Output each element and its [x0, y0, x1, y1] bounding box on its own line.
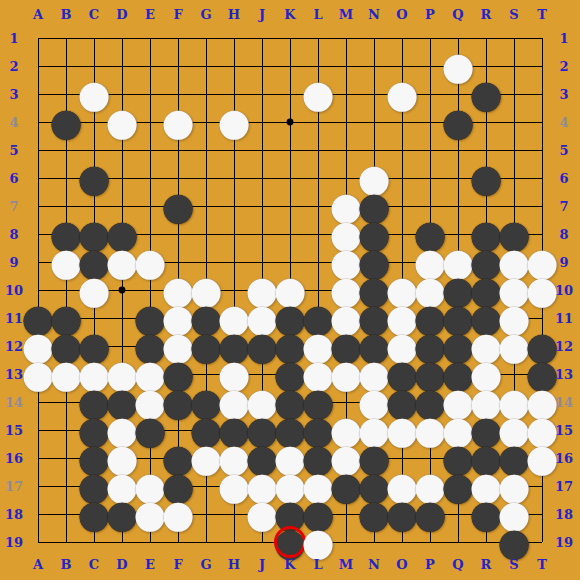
intersection[interactable]: ●	[136, 248, 164, 276]
intersection[interactable]	[276, 108, 304, 136]
intersection[interactable]	[220, 24, 248, 52]
white-stone[interactable]: ●	[220, 108, 248, 136]
row-label: 14	[0, 388, 28, 416]
intersection[interactable]: ●	[136, 500, 164, 528]
col-label: M	[332, 554, 360, 574]
intersection[interactable]: ●	[164, 192, 192, 220]
row-label: 7	[550, 192, 578, 220]
intersection[interactable]	[164, 24, 192, 52]
intersection[interactable]	[444, 136, 472, 164]
col-label: T	[528, 554, 556, 574]
black-stone[interactable]: ●	[472, 500, 500, 528]
intersection[interactable]	[416, 136, 444, 164]
row-labels-left: 12345678910111213141516171819	[0, 24, 28, 556]
intersection[interactable]	[80, 528, 108, 556]
intersection[interactable]: ●	[500, 528, 528, 556]
row-label: 3	[550, 80, 578, 108]
intersection[interactable]	[80, 24, 108, 52]
intersection[interactable]	[248, 164, 276, 192]
intersection[interactable]	[332, 500, 360, 528]
white-stone[interactable]: ●	[136, 500, 164, 528]
col-label: S	[500, 554, 528, 574]
white-stone[interactable]: ●	[248, 500, 276, 528]
intersection[interactable]	[276, 80, 304, 108]
row-label: 3	[0, 80, 28, 108]
intersection[interactable]	[136, 80, 164, 108]
intersection[interactable]	[192, 136, 220, 164]
intersection[interactable]	[108, 136, 136, 164]
intersection[interactable]: ●	[164, 108, 192, 136]
col-label: J	[248, 554, 276, 574]
intersection[interactable]	[360, 80, 388, 108]
intersection[interactable]	[416, 80, 444, 108]
intersection[interactable]: ●	[388, 80, 416, 108]
intersection[interactable]	[220, 528, 248, 556]
intersection[interactable]	[500, 80, 528, 108]
intersection[interactable]	[332, 136, 360, 164]
intersection[interactable]	[332, 80, 360, 108]
intersection[interactable]: ●	[192, 444, 220, 472]
intersection[interactable]	[444, 528, 472, 556]
intersection[interactable]	[108, 528, 136, 556]
black-stone[interactable]: ●	[388, 500, 416, 528]
col-label: L	[304, 4, 332, 24]
white-stone[interactable]: ●	[24, 360, 52, 388]
intersection[interactable]	[24, 472, 52, 500]
row-label: 11	[550, 304, 578, 332]
row-label: 2	[550, 52, 578, 80]
intersection[interactable]	[388, 164, 416, 192]
intersection[interactable]	[388, 108, 416, 136]
intersection[interactable]	[472, 528, 500, 556]
col-label: F	[164, 4, 192, 24]
col-label: H	[220, 554, 248, 574]
row-label: 16	[550, 444, 578, 472]
intersection[interactable]	[24, 388, 52, 416]
intersection[interactable]	[248, 192, 276, 220]
col-label: R	[472, 4, 500, 24]
intersection[interactable]: ●	[332, 360, 360, 388]
row-label: 15	[0, 416, 28, 444]
intersection[interactable]	[276, 220, 304, 248]
intersection[interactable]	[276, 136, 304, 164]
black-stone[interactable]: ●	[248, 332, 276, 360]
col-label: O	[388, 4, 416, 24]
col-label: A	[24, 4, 52, 24]
intersection[interactable]	[388, 136, 416, 164]
intersection[interactable]	[220, 136, 248, 164]
black-stone[interactable]: ●	[136, 416, 164, 444]
col-label: T	[528, 4, 556, 24]
col-label: G	[192, 554, 220, 574]
row-label: 19	[0, 528, 28, 556]
white-stone[interactable]: ●	[108, 108, 136, 136]
intersection[interactable]	[24, 444, 52, 472]
intersection[interactable]: ●	[304, 80, 332, 108]
intersection[interactable]	[276, 24, 304, 52]
intersection[interactable]: ●	[248, 500, 276, 528]
row-label: 8	[550, 220, 578, 248]
intersection[interactable]	[248, 52, 276, 80]
intersection[interactable]	[416, 24, 444, 52]
intersection[interactable]	[472, 24, 500, 52]
intersection[interactable]	[136, 164, 164, 192]
intersection[interactable]	[52, 416, 80, 444]
intersection[interactable]	[108, 24, 136, 52]
col-label: G	[192, 4, 220, 24]
black-stone[interactable]: ●	[52, 108, 80, 136]
black-stone[interactable]: ●	[500, 528, 528, 556]
black-stone[interactable]: ●	[444, 108, 472, 136]
white-stone[interactable]: ●	[136, 248, 164, 276]
go-board-screen: ●●●●●●●●●●●●●●●●●●●●●●●●●●●●●●●●●●●●●●●●…	[0, 0, 580, 580]
intersection[interactable]	[332, 108, 360, 136]
intersection[interactable]	[52, 444, 80, 472]
intersection[interactable]: ●	[136, 416, 164, 444]
intersection[interactable]: ●	[220, 108, 248, 136]
row-label: 4	[0, 108, 28, 136]
white-stone[interactable]: ●	[52, 248, 80, 276]
intersection[interactable]	[220, 248, 248, 276]
row-label: 9	[550, 248, 578, 276]
white-stone[interactable]: ●	[332, 360, 360, 388]
col-label: K	[276, 554, 304, 574]
row-label: 18	[0, 500, 28, 528]
row-label: 12	[550, 332, 578, 360]
intersection[interactable]	[52, 164, 80, 192]
intersection[interactable]	[192, 52, 220, 80]
row-label: 17	[550, 472, 578, 500]
row-label: 5	[0, 136, 28, 164]
intersection[interactable]	[192, 528, 220, 556]
intersection[interactable]: ●	[80, 80, 108, 108]
col-label: L	[304, 554, 332, 574]
row-label: 18	[550, 500, 578, 528]
row-label: 13	[550, 360, 578, 388]
col-label: E	[136, 4, 164, 24]
intersection[interactable]	[192, 80, 220, 108]
black-stone[interactable]: ●	[164, 388, 192, 416]
intersection[interactable]	[220, 500, 248, 528]
intersection[interactable]	[24, 136, 52, 164]
col-label: F	[164, 554, 192, 574]
intersection[interactable]	[136, 52, 164, 80]
col-label: N	[360, 4, 388, 24]
row-label: 11	[0, 304, 28, 332]
intersection[interactable]	[332, 24, 360, 52]
intersection[interactable]	[360, 108, 388, 136]
intersection[interactable]	[164, 52, 192, 80]
row-label: 10	[550, 276, 578, 304]
intersection[interactable]: ●	[220, 472, 248, 500]
white-stone[interactable]: ●	[304, 528, 332, 556]
intersection[interactable]	[416, 108, 444, 136]
intersection[interactable]: ●	[52, 108, 80, 136]
black-stone[interactable]: ●	[164, 192, 192, 220]
intersection[interactable]	[192, 220, 220, 248]
intersection[interactable]	[276, 192, 304, 220]
white-stone[interactable]: ●	[220, 472, 248, 500]
intersection[interactable]	[304, 192, 332, 220]
intersection[interactable]	[304, 108, 332, 136]
intersection[interactable]	[24, 164, 52, 192]
row-label: 12	[0, 332, 28, 360]
intersection[interactable]: ●	[444, 108, 472, 136]
row-label: 15	[550, 416, 578, 444]
black-stone[interactable]: ●	[108, 500, 136, 528]
intersection[interactable]	[360, 24, 388, 52]
intersection[interactable]	[472, 108, 500, 136]
column-labels-bottom: ABCDEFGHJKLMNOPQRST	[24, 554, 556, 574]
col-label: C	[80, 554, 108, 574]
intersection[interactable]: ●	[108, 500, 136, 528]
black-stone[interactable]: ●	[472, 80, 500, 108]
intersection[interactable]	[444, 500, 472, 528]
intersection[interactable]: ●	[80, 164, 108, 192]
row-label: 6	[550, 164, 578, 192]
intersection[interactable]: ●	[444, 52, 472, 80]
col-label: Q	[444, 4, 472, 24]
column-labels-top: ABCDEFGHJKLMNOPQRST	[24, 4, 556, 24]
col-label: N	[360, 554, 388, 574]
row-label: 5	[550, 136, 578, 164]
intersection[interactable]	[164, 136, 192, 164]
row-label: 1	[550, 24, 578, 52]
col-label: H	[220, 4, 248, 24]
intersection[interactable]	[220, 52, 248, 80]
intersection[interactable]	[220, 164, 248, 192]
col-label: B	[52, 554, 80, 574]
intersection[interactable]	[388, 24, 416, 52]
intersection[interactable]: ●	[276, 528, 304, 556]
row-label: 13	[0, 360, 28, 388]
go-board[interactable]: ●●●●●●●●●●●●●●●●●●●●●●●●●●●●●●●●●●●●●●●●…	[24, 24, 556, 556]
row-label: 17	[0, 472, 28, 500]
col-label: O	[388, 554, 416, 574]
intersection[interactable]	[248, 108, 276, 136]
black-stone[interactable]: ●	[332, 472, 360, 500]
white-stone[interactable]: ●	[416, 416, 444, 444]
intersection[interactable]	[304, 248, 332, 276]
intersection[interactable]: ●	[52, 248, 80, 276]
white-stone[interactable]: ●	[388, 80, 416, 108]
intersection[interactable]: ●	[108, 108, 136, 136]
col-label: R	[472, 554, 500, 574]
col-label: P	[416, 554, 444, 574]
intersection[interactable]	[80, 108, 108, 136]
intersection[interactable]: ●	[164, 388, 192, 416]
intersection[interactable]	[136, 136, 164, 164]
intersection[interactable]	[52, 500, 80, 528]
intersection[interactable]	[108, 52, 136, 80]
row-labels-right: 12345678910111213141516171819	[550, 24, 578, 556]
intersection[interactable]	[248, 136, 276, 164]
col-label: D	[108, 4, 136, 24]
intersection[interactable]	[444, 192, 472, 220]
intersection[interactable]	[192, 192, 220, 220]
intersection[interactable]	[360, 528, 388, 556]
intersection[interactable]: ●	[304, 528, 332, 556]
intersection[interactable]	[52, 388, 80, 416]
intersection[interactable]: ●	[52, 360, 80, 388]
intersection[interactable]: ●	[444, 472, 472, 500]
intersection[interactable]	[52, 52, 80, 80]
intersection[interactable]: ●	[388, 500, 416, 528]
black-stone[interactable]: ●	[360, 500, 388, 528]
intersection[interactable]	[388, 220, 416, 248]
intersection[interactable]	[24, 24, 52, 52]
white-stone[interactable]: ●	[444, 52, 472, 80]
white-stone[interactable]: ●	[80, 276, 108, 304]
intersection[interactable]	[332, 528, 360, 556]
col-label: J	[248, 4, 276, 24]
intersection[interactable]	[108, 164, 136, 192]
intersection[interactable]	[24, 52, 52, 80]
intersection[interactable]	[276, 52, 304, 80]
intersection[interactable]: ●	[416, 416, 444, 444]
row-label: 2	[0, 52, 28, 80]
col-label: C	[80, 4, 108, 24]
intersection[interactable]	[332, 52, 360, 80]
intersection[interactable]	[248, 220, 276, 248]
col-label: K	[276, 4, 304, 24]
intersection[interactable]	[304, 24, 332, 52]
intersection[interactable]	[24, 248, 52, 276]
row-label: 6	[0, 164, 28, 192]
row-label: 4	[550, 108, 578, 136]
intersection[interactable]	[248, 80, 276, 108]
black-stone[interactable]: ●	[192, 332, 220, 360]
col-label: D	[108, 554, 136, 574]
intersection[interactable]	[304, 164, 332, 192]
intersection[interactable]	[500, 24, 528, 52]
row-label: 7	[0, 192, 28, 220]
col-label: P	[416, 4, 444, 24]
intersection[interactable]: ●	[472, 80, 500, 108]
intersection[interactable]	[108, 276, 136, 304]
intersection[interactable]	[500, 108, 528, 136]
intersection[interactable]	[248, 24, 276, 52]
col-label: S	[500, 4, 528, 24]
white-stone[interactable]: ●	[108, 248, 136, 276]
intersection[interactable]	[192, 108, 220, 136]
intersection[interactable]	[192, 472, 220, 500]
white-stone[interactable]: ●	[192, 444, 220, 472]
row-label: 8	[0, 220, 28, 248]
intersection[interactable]: ●	[164, 500, 192, 528]
white-stone[interactable]: ●	[164, 108, 192, 136]
intersection[interactable]	[276, 164, 304, 192]
intersection[interactable]	[24, 108, 52, 136]
intersection[interactable]: ●	[360, 500, 388, 528]
intersection[interactable]	[136, 528, 164, 556]
intersection[interactable]	[24, 500, 52, 528]
black-stone[interactable]: ●	[80, 500, 108, 528]
intersection[interactable]: ●	[388, 416, 416, 444]
intersection[interactable]	[24, 416, 52, 444]
intersection[interactable]	[220, 192, 248, 220]
intersection[interactable]	[192, 500, 220, 528]
col-label: M	[332, 4, 360, 24]
intersection[interactable]: ●	[500, 332, 528, 360]
black-stone[interactable]: ●	[416, 500, 444, 528]
col-label: B	[52, 4, 80, 24]
black-stone[interactable]: ●	[80, 164, 108, 192]
intersection[interactable]	[360, 52, 388, 80]
intersection[interactable]	[164, 220, 192, 248]
col-label: E	[136, 554, 164, 574]
intersection[interactable]: ●	[248, 332, 276, 360]
intersection[interactable]	[24, 80, 52, 108]
intersection[interactable]: ●	[192, 332, 220, 360]
intersection[interactable]	[500, 136, 528, 164]
intersection[interactable]: ●	[24, 360, 52, 388]
intersection[interactable]: ●	[80, 500, 108, 528]
intersection[interactable]	[500, 164, 528, 192]
black-stone[interactable]: ●	[472, 164, 500, 192]
col-label: Q	[444, 554, 472, 574]
intersection[interactable]	[388, 192, 416, 220]
intersection[interactable]: ●	[472, 164, 500, 192]
intersection[interactable]	[248, 528, 276, 556]
intersection[interactable]	[416, 528, 444, 556]
white-stone[interactable]: ●	[500, 332, 528, 360]
row-label: 10	[0, 276, 28, 304]
row-label: 16	[0, 444, 28, 472]
white-stone[interactable]: ●	[52, 360, 80, 388]
intersection[interactable]	[24, 528, 52, 556]
intersection[interactable]	[192, 164, 220, 192]
white-stone[interactable]: ●	[388, 416, 416, 444]
white-stone[interactable]: ●	[80, 80, 108, 108]
intersection[interactable]	[304, 136, 332, 164]
intersection[interactable]	[24, 220, 52, 248]
intersection[interactable]	[500, 52, 528, 80]
intersection[interactable]	[388, 528, 416, 556]
white-stone[interactable]: ●	[164, 500, 192, 528]
intersection[interactable]	[416, 164, 444, 192]
intersection[interactable]	[52, 136, 80, 164]
black-stone[interactable]: ●	[276, 528, 304, 556]
row-label: 9	[0, 248, 28, 276]
intersection[interactable]: ●	[472, 500, 500, 528]
intersection[interactable]	[108, 304, 136, 332]
row-label: 1	[0, 24, 28, 52]
intersection[interactable]	[24, 192, 52, 220]
white-stone[interactable]: ●	[304, 80, 332, 108]
intersection[interactable]: ●	[416, 500, 444, 528]
intersection[interactable]	[52, 24, 80, 52]
intersection[interactable]	[136, 192, 164, 220]
intersection[interactable]	[304, 220, 332, 248]
intersection[interactable]: ●	[332, 472, 360, 500]
col-label: A	[24, 554, 52, 574]
intersection[interactable]	[164, 528, 192, 556]
intersection[interactable]	[444, 164, 472, 192]
row-label: 14	[550, 388, 578, 416]
intersection[interactable]: ●	[108, 248, 136, 276]
intersection[interactable]	[192, 24, 220, 52]
row-label: 19	[550, 528, 578, 556]
intersection[interactable]: ●	[80, 276, 108, 304]
black-stone[interactable]: ●	[444, 472, 472, 500]
intersection[interactable]	[136, 24, 164, 52]
intersection[interactable]	[136, 108, 164, 136]
intersection[interactable]	[416, 52, 444, 80]
intersection[interactable]	[220, 220, 248, 248]
intersection[interactable]	[52, 528, 80, 556]
intersection[interactable]	[52, 472, 80, 500]
